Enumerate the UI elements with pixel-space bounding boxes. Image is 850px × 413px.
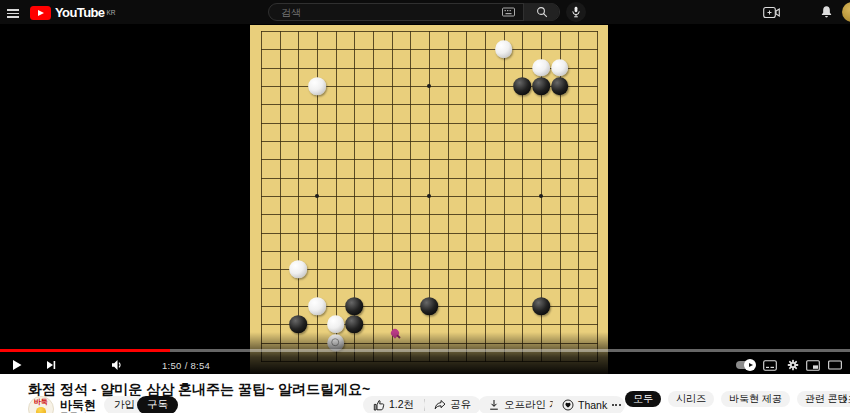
hamburger-menu-icon[interactable] bbox=[7, 7, 19, 20]
share-label: 공유 bbox=[450, 398, 471, 412]
white-stone-E3 bbox=[327, 315, 345, 333]
bell-icon bbox=[820, 5, 833, 19]
white-stone-O18 bbox=[495, 41, 513, 59]
black-stone-F4 bbox=[346, 297, 364, 315]
star-point bbox=[427, 84, 431, 88]
theater-mode-button[interactable] bbox=[828, 358, 842, 372]
progress-played bbox=[0, 349, 170, 352]
youtube-logo[interactable]: YouTube KR bbox=[30, 5, 116, 20]
black-stone-Q4 bbox=[532, 297, 550, 315]
play-button[interactable] bbox=[10, 358, 24, 372]
miniplayer-icon bbox=[806, 360, 820, 371]
autoplay-knob-icon bbox=[744, 359, 756, 371]
share-icon bbox=[434, 399, 446, 411]
channel-avatar-text: 바둑 bbox=[29, 397, 53, 406]
search-button[interactable] bbox=[523, 3, 559, 21]
create-video-button[interactable] bbox=[763, 5, 780, 23]
goban bbox=[250, 25, 608, 374]
time-display: 1:50 / 8:54 bbox=[162, 360, 210, 371]
play-icon bbox=[11, 359, 23, 371]
black-stone-Q16 bbox=[532, 77, 550, 95]
youtube-page: YouTube KR bbox=[0, 0, 850, 413]
volume-button[interactable] bbox=[110, 358, 124, 372]
miniplayer-button[interactable] bbox=[806, 358, 820, 372]
gear-icon bbox=[787, 359, 799, 371]
black-stone-R16 bbox=[551, 77, 569, 95]
black-stone-P16 bbox=[514, 77, 532, 95]
thanks-heart-icon bbox=[562, 399, 574, 411]
download-icon bbox=[488, 399, 500, 411]
youtube-play-icon bbox=[30, 6, 51, 20]
chips-chevron-icon[interactable]: › bbox=[843, 390, 848, 406]
microphone-icon bbox=[570, 6, 582, 18]
black-stone-K4 bbox=[420, 297, 438, 315]
keyboard-icon[interactable] bbox=[502, 3, 515, 21]
subtitles-icon bbox=[763, 360, 777, 371]
speaker-icon bbox=[111, 359, 124, 371]
more-actions-button[interactable] bbox=[607, 396, 625, 413]
star-point bbox=[539, 194, 543, 198]
next-icon bbox=[45, 359, 57, 371]
chick-icon bbox=[36, 407, 46, 413]
thumbs-up-icon bbox=[373, 399, 385, 411]
white-stone-R17 bbox=[551, 59, 569, 77]
black-stone-F3 bbox=[346, 315, 364, 333]
create-video-icon bbox=[763, 6, 780, 19]
chips-row: 모두시리즈바둑현 제공관련 콘텐츠 bbox=[625, 391, 850, 407]
masthead: YouTube KR bbox=[0, 0, 850, 24]
share-button[interactable]: 공유 bbox=[424, 396, 481, 413]
theater-mode-icon bbox=[828, 360, 842, 370]
region-code: KR bbox=[106, 9, 115, 16]
white-stone-D4 bbox=[308, 297, 326, 315]
chip-2[interactable]: 바둑현 제공 bbox=[721, 391, 790, 407]
voice-search-button[interactable] bbox=[566, 2, 586, 22]
youtube-wordmark: YouTube bbox=[55, 5, 104, 20]
search-input[interactable] bbox=[269, 7, 502, 18]
progress-bar[interactable] bbox=[0, 349, 850, 352]
video-player-surface[interactable]: 1:50 / 8:54 bbox=[0, 24, 850, 374]
notifications-button[interactable] bbox=[820, 5, 833, 23]
player-controls: 1:50 / 8:54 bbox=[0, 357, 850, 373]
white-stone-Q17 bbox=[532, 59, 550, 77]
white-stone-C6 bbox=[290, 260, 308, 278]
star-point bbox=[427, 194, 431, 198]
subscribe-button[interactable]: 구독 bbox=[137, 396, 178, 413]
account-avatar[interactable] bbox=[842, 2, 850, 22]
chip-0[interactable]: 모두 bbox=[625, 391, 661, 407]
star-point bbox=[315, 194, 319, 198]
chip-1[interactable]: 시리즈 bbox=[668, 391, 714, 407]
black-stone-C3 bbox=[290, 315, 308, 333]
next-button[interactable] bbox=[44, 358, 58, 372]
search-bar[interactable] bbox=[268, 3, 560, 21]
below-video-section: 화점 정석 - 얄미운 삼삼 혼내주는 꿀팁~ 알려드릴게요~ 바둑 바둑현 구… bbox=[0, 374, 850, 413]
settings-button[interactable] bbox=[786, 358, 800, 372]
search-icon bbox=[536, 6, 548, 18]
subtitles-button[interactable] bbox=[763, 358, 777, 372]
white-stone-D16 bbox=[308, 77, 326, 95]
autoplay-toggle[interactable] bbox=[736, 361, 755, 369]
like-count: 1.2천 bbox=[389, 398, 414, 412]
